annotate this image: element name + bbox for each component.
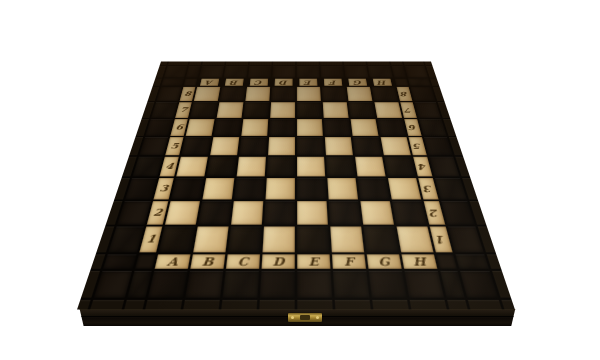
file-label-bottom-e: E (297, 254, 330, 268)
frame-tile (297, 271, 332, 298)
file-label-bottom-h: H (402, 254, 438, 268)
frame-tile (108, 226, 144, 252)
rank-label-left-8: 8 (180, 87, 196, 101)
file-label-top-d-text: D (279, 79, 287, 85)
file-label-top-c-text: C (255, 79, 263, 85)
square-c6[interactable] (241, 119, 268, 136)
square-c3[interactable] (234, 178, 265, 200)
edge-tile (183, 300, 220, 309)
frame-tile (260, 271, 295, 298)
square-h1[interactable] (397, 226, 434, 252)
square-a5[interactable] (181, 137, 211, 155)
frame-tile (272, 66, 295, 78)
file-label-bottom-b-text: B (201, 256, 214, 267)
square-d8[interactable] (271, 87, 295, 101)
square-c1[interactable] (228, 226, 262, 252)
frame-tile (164, 66, 187, 78)
file-label-bottom-f-text: F (344, 256, 354, 267)
square-c5[interactable] (239, 137, 267, 155)
square-a6[interactable] (186, 119, 215, 136)
file-label-top-c: C (247, 79, 271, 86)
rank-label-left-6-text: 6 (175, 124, 184, 131)
frame-tile (94, 271, 132, 298)
rank-label-right-8-text: 8 (400, 91, 408, 97)
frame-tile (103, 254, 136, 268)
file-label-top-d: D (272, 79, 295, 86)
rank-label-right-7-holder: 7 (404, 107, 413, 113)
brass-latch-icon (288, 313, 322, 322)
board-front-edge (77, 309, 517, 326)
edge-tile (259, 300, 294, 309)
square-a1[interactable] (159, 226, 196, 252)
square-a8[interactable] (194, 87, 221, 101)
frame-tile (405, 271, 445, 298)
square-d1[interactable] (263, 226, 295, 252)
square-a4[interactable] (176, 157, 208, 177)
square-d5[interactable] (268, 137, 295, 155)
edge-tile (273, 61, 295, 65)
square-h5[interactable] (381, 137, 411, 155)
frame-tile (185, 271, 223, 298)
file-label-bottom-d: D (262, 254, 295, 268)
edge-tile (90, 300, 124, 309)
rank-label-left-5-text: 5 (170, 142, 179, 149)
square-g4[interactable] (355, 157, 385, 177)
rank-label-left-8-holder: 8 (184, 91, 192, 97)
rank-label-left-3-holder: 3 (159, 184, 169, 193)
file-label-bottom-e-holder: E (308, 256, 319, 267)
rank-label-right-4-text: 4 (418, 162, 428, 170)
file-label-top-f: F (321, 79, 345, 86)
square-b1[interactable] (193, 226, 228, 252)
rank-label-left-3-text: 3 (159, 184, 169, 193)
frame-tile (161, 79, 183, 86)
edge-tile (77, 300, 91, 309)
frame-tile (405, 66, 428, 78)
rank-label-right-3-holder: 3 (423, 184, 433, 193)
edge-tile (468, 300, 502, 309)
file-label-top-g-plaque: G (348, 79, 366, 86)
rank-label-right-1-text: 1 (435, 234, 447, 245)
edge-tile (430, 79, 439, 86)
edge-tile (124, 300, 145, 309)
square-c2[interactable] (231, 201, 263, 225)
frame-tile (248, 66, 271, 78)
frame-tile (333, 271, 369, 298)
file-label-bottom-b: B (190, 254, 225, 268)
file-label-bottom-h-holder: H (412, 256, 427, 267)
label-corner-tile (395, 79, 409, 86)
square-e8[interactable] (297, 87, 321, 101)
label-corner-tile (135, 254, 156, 268)
edge-tile (372, 300, 409, 309)
file-label-bottom-g-holder: G (378, 256, 391, 267)
frame-tile (369, 271, 407, 298)
rank-label-right-5-holder: 5 (413, 142, 422, 149)
edge-tile (403, 61, 424, 65)
label-corner-tile (184, 79, 198, 86)
rank-label-right-7-text: 7 (404, 107, 413, 113)
frame-tile (410, 87, 435, 101)
file-label-bottom-a-holder: A (166, 256, 179, 267)
edge-tile (250, 61, 272, 65)
file-label-top-a-text: A (205, 79, 213, 85)
square-a7[interactable] (190, 102, 218, 118)
edge-tile (447, 300, 468, 309)
square-f4[interactable] (326, 157, 355, 177)
edge-tile (410, 300, 447, 309)
file-label-bottom-f: F (332, 254, 366, 268)
rank-label-left-5-holder: 5 (170, 142, 179, 149)
square-d4[interactable] (267, 157, 295, 177)
rank-label-right-4-holder: 4 (418, 162, 428, 170)
file-label-top-f-text: F (329, 79, 336, 85)
edge-tile (367, 61, 390, 65)
frame-tile (297, 66, 320, 78)
latch-screw-icon (291, 316, 294, 319)
edge-tile (297, 61, 319, 65)
frame-tile (419, 119, 447, 136)
frame-tile (139, 137, 168, 155)
rank-label-left-4-holder: 4 (164, 162, 174, 170)
square-f6[interactable] (324, 119, 351, 136)
square-b8[interactable] (220, 87, 246, 101)
chessboard-photo-scene: ABCDEFGH8877665544332211ABCDEFGH (0, 0, 600, 360)
square-b3[interactable] (202, 178, 234, 200)
edge-tile (320, 61, 342, 65)
square-b4[interactable] (206, 157, 236, 177)
file-label-top-d-plaque: D (275, 79, 293, 86)
file-label-bottom-c-holder: C (237, 256, 249, 267)
square-g2[interactable] (360, 201, 394, 225)
chessboard: ABCDEFGH8877665544332211ABCDEFGH (77, 61, 515, 309)
square-d3[interactable] (266, 178, 295, 200)
frame-tile (224, 66, 248, 78)
frame-tile (435, 178, 467, 200)
file-label-top-a-plaque: A (200, 79, 219, 86)
file-label-top-g-text: G (353, 79, 362, 85)
frame-tile (429, 157, 459, 177)
file-label-top-a: A (197, 79, 221, 86)
frame-tile (456, 254, 489, 268)
file-label-top-h-text: H (377, 79, 387, 85)
square-b7[interactable] (217, 102, 244, 118)
rank-label-right-1-holder: 1 (435, 234, 447, 245)
rank-label-right-6-holder: 6 (408, 124, 417, 131)
file-label-top-e-plaque: E (300, 79, 318, 86)
square-d2[interactable] (264, 201, 295, 225)
rank-label-left-1-holder: 1 (145, 234, 157, 245)
frame-tile (148, 271, 188, 298)
frame-tile (415, 102, 441, 118)
square-f3[interactable] (327, 178, 358, 200)
file-label-top-c-plaque: C (250, 79, 268, 86)
rank-label-left-7-holder: 7 (179, 107, 188, 113)
rank-label-right-6-text: 6 (408, 124, 417, 131)
square-g8[interactable] (347, 87, 373, 101)
file-label-top-f-plaque: F (324, 79, 342, 86)
square-b6[interactable] (214, 119, 242, 136)
square-g7[interactable] (349, 102, 376, 118)
square-h3[interactable] (388, 178, 421, 200)
square-e6[interactable] (297, 119, 323, 136)
square-f8[interactable] (322, 87, 347, 101)
rank-label-left-2-holder: 2 (152, 208, 163, 218)
frame-tile (321, 66, 344, 78)
frame-tile (392, 66, 407, 78)
latch-slot (300, 315, 310, 320)
file-label-bottom-d-text: D (272, 256, 284, 267)
square-e4[interactable] (297, 157, 325, 177)
rank-label-left-4-text: 4 (164, 162, 174, 170)
rank-label-left-1-text: 1 (145, 234, 157, 245)
square-c4[interactable] (237, 157, 266, 177)
file-label-bottom-b-holder: B (201, 256, 214, 267)
frame-tile (125, 178, 157, 200)
square-f5[interactable] (325, 137, 353, 155)
file-label-bottom-d-holder: D (272, 256, 284, 267)
file-label-bottom-h-text: H (412, 256, 427, 267)
frame-tile (151, 102, 177, 118)
square-c8[interactable] (245, 87, 270, 101)
frame-tile (186, 66, 201, 78)
rank-label-right-2-holder: 2 (429, 208, 440, 218)
edge-tile (335, 300, 371, 309)
square-g6[interactable] (351, 119, 379, 136)
file-label-bottom-e-text: E (308, 256, 319, 267)
frame-tile (408, 79, 430, 86)
file-label-top-h-plaque: H (373, 79, 392, 86)
file-label-top-e: E (297, 79, 320, 86)
square-f1[interactable] (330, 226, 364, 252)
edge-tile (221, 300, 257, 309)
square-d6[interactable] (269, 119, 295, 136)
square-e2[interactable] (297, 201, 328, 225)
frame-tile (199, 66, 224, 78)
rank-label-right-8-holder: 8 (400, 91, 408, 97)
square-f7[interactable] (323, 102, 349, 118)
square-b5[interactable] (210, 137, 239, 155)
edge-tile (501, 300, 515, 309)
square-g3[interactable] (358, 178, 390, 200)
square-d7[interactable] (270, 102, 295, 118)
square-h6[interactable] (377, 119, 406, 136)
board-perspective-wrapper: ABCDEFGH8877665544332211ABCDEFGH (77, 61, 515, 309)
file-label-bottom-a: A (155, 254, 191, 268)
label-corner-tile (436, 254, 457, 268)
rank-label-left-8-text: 8 (184, 91, 192, 97)
file-label-bottom-c-text: C (237, 256, 249, 267)
square-h8[interactable] (372, 87, 399, 101)
rank-label-left-2-text: 2 (152, 208, 163, 218)
rank-label-left-6-holder: 6 (175, 124, 184, 131)
frame-tile (145, 119, 173, 136)
edge-tile (202, 61, 225, 65)
frame-tile (156, 87, 181, 101)
file-label-bottom-c: C (226, 254, 260, 268)
square-e7[interactable] (297, 102, 322, 118)
file-label-top-g: G (346, 79, 370, 86)
square-e3[interactable] (297, 178, 326, 200)
square-a3[interactable] (171, 178, 204, 200)
square-h2[interactable] (392, 201, 427, 225)
edge-tile (425, 61, 433, 65)
square-h4[interactable] (384, 157, 416, 177)
edge-tile (297, 300, 332, 309)
file-label-bottom-f-holder: F (344, 256, 354, 267)
rank-label-right-3-text: 3 (423, 184, 433, 193)
edge-tile (189, 61, 201, 65)
square-h7[interactable] (374, 102, 402, 118)
file-label-bottom-g: G (367, 254, 402, 268)
edge-tile (391, 61, 403, 65)
file-label-top-b-text: B (230, 79, 239, 85)
edge-tile (145, 300, 182, 309)
square-f2[interactable] (329, 201, 361, 225)
square-a2[interactable] (165, 201, 200, 225)
square-b2[interactable] (198, 201, 232, 225)
square-g5[interactable] (353, 137, 382, 155)
frame-tile (223, 271, 259, 298)
file-label-top-b: B (222, 79, 246, 86)
file-label-top-b-plaque: B (225, 79, 243, 86)
square-c7[interactable] (243, 102, 269, 118)
rank-label-right-5-text: 5 (413, 142, 422, 149)
file-label-bottom-g-text: G (378, 256, 391, 267)
latch-screw-icon (316, 316, 319, 319)
frame-tile (368, 66, 393, 78)
square-g1[interactable] (363, 226, 398, 252)
file-label-top-h: H (370, 79, 394, 86)
edge-tile (487, 254, 501, 268)
square-e5[interactable] (297, 137, 324, 155)
frame-tile (132, 157, 162, 177)
frame-tile (344, 66, 368, 78)
file-label-bottom-a-text: A (166, 256, 179, 267)
edge-tile (160, 61, 168, 65)
file-label-top-e-text: E (305, 79, 312, 85)
edge-tile (168, 61, 189, 65)
rank-label-right-2-text: 2 (429, 208, 440, 218)
rank-label-left-7-text: 7 (179, 107, 188, 113)
edge-tile (344, 61, 366, 65)
frame-tile (424, 137, 453, 155)
frame-tile (117, 201, 151, 225)
square-e1[interactable] (297, 226, 329, 252)
edge-tile (226, 61, 248, 65)
